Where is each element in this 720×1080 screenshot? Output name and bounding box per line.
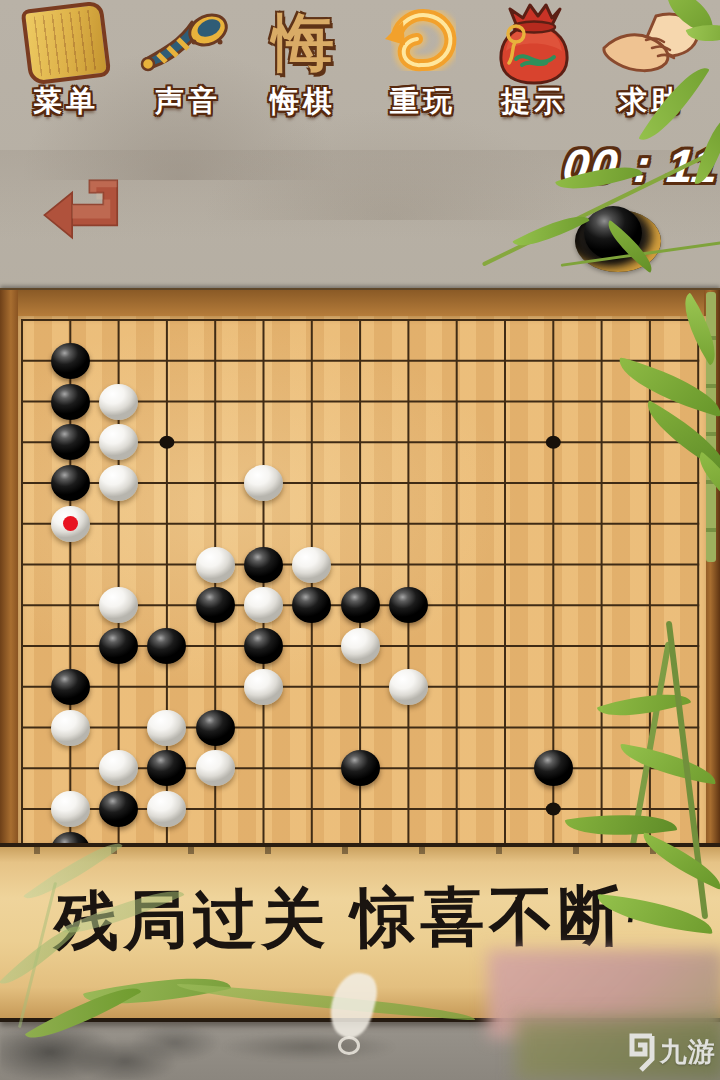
stone-black (99, 628, 138, 664)
stone-black (99, 791, 138, 827)
stone-black (51, 465, 90, 501)
game-timer: 00 : 11 (495, 138, 720, 193)
toolbar-item-hint[interactable]: 提示 (474, 2, 594, 122)
stone-white (99, 465, 138, 501)
stone-white (147, 710, 186, 746)
toolbar-item-undo[interactable]: 悔 悔棋 (243, 2, 363, 122)
stone-white (51, 506, 90, 542)
toolbar-item-help[interactable]: 求助 (591, 2, 711, 122)
undo-label: 悔棋 (243, 82, 363, 122)
stone-white (389, 669, 428, 705)
stone-black (341, 750, 380, 786)
watermark-text: 九游 (660, 1034, 716, 1070)
hui-character-icon: 悔 (272, 12, 334, 74)
toolbar-item-replay[interactable]: 重玩 (363, 2, 483, 122)
jiuyou-logo-icon (626, 1032, 656, 1072)
swirl-replay-icon (379, 3, 467, 83)
stone-white (99, 384, 138, 420)
replay-label: 重玩 (363, 82, 483, 122)
turn-indicator (575, 210, 661, 272)
toolbar-item-menu[interactable]: 菜单 (6, 2, 126, 122)
stone-white (292, 547, 331, 583)
stone-black (244, 547, 283, 583)
back-button[interactable] (42, 170, 130, 248)
horn-sound-icon (136, 4, 240, 82)
red-pouch-hint-icon (488, 1, 580, 85)
jiuyou-watermark: 九游 (626, 1032, 716, 1072)
stone-white (244, 465, 283, 501)
stone-white (196, 750, 235, 786)
sound-label: 声音 (128, 82, 248, 122)
stone-white (196, 547, 235, 583)
ink-grass (0, 1018, 250, 1080)
stone-black (51, 669, 90, 705)
stone-black (51, 343, 90, 379)
scroll-menu-icon (21, 0, 112, 85)
menu-label: 菜单 (6, 82, 126, 122)
stone-white (51, 791, 90, 827)
stone-white (244, 669, 283, 705)
handshake-help-icon (598, 6, 704, 80)
stone-black (389, 587, 428, 623)
game-screen: 菜单 声音 悔 悔棋 重玩 (0, 0, 720, 1080)
help-label: 求助 (591, 82, 711, 122)
stone-black (51, 384, 90, 420)
turn-indicator-black-stone (584, 206, 642, 260)
last-move-marker (63, 516, 78, 531)
stone-black (244, 628, 283, 664)
stone-black (341, 587, 380, 623)
ink-grass (220, 1030, 440, 1064)
white-ring-decoration (338, 1036, 360, 1055)
stone-black (534, 750, 573, 786)
stone-black (196, 710, 235, 746)
stone-black (51, 424, 90, 460)
gomoku-board[interactable] (0, 288, 720, 850)
stone-black (196, 587, 235, 623)
hint-label: 提示 (474, 82, 594, 122)
stone-white (341, 628, 380, 664)
stone-white (51, 710, 90, 746)
toolbar-item-sound[interactable]: 声音 (128, 2, 248, 122)
stone-white (244, 587, 283, 623)
